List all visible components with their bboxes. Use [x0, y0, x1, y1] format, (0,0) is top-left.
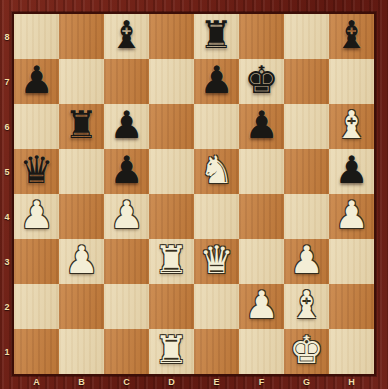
square-c3[interactable] — [104, 239, 149, 284]
square-e7[interactable]: ♟ — [194, 59, 239, 104]
square-b3[interactable]: ♟ — [59, 239, 104, 284]
file-label-a: A — [14, 374, 59, 389]
piece-white-rook-d3: ♜ — [154, 238, 188, 283]
rank-label-6: 6 — [0, 104, 14, 149]
square-e6[interactable] — [194, 104, 239, 149]
piece-black-rook-b6: ♜ — [64, 103, 98, 148]
square-e3[interactable]: ♛ — [194, 239, 239, 284]
file-label-e: E — [194, 374, 239, 389]
square-b6[interactable]: ♜ — [59, 104, 104, 149]
piece-black-bishop-c8: ♝ — [109, 13, 143, 58]
square-a8[interactable] — [14, 14, 59, 59]
piece-black-pawn-f6: ♟ — [244, 103, 278, 148]
square-g1[interactable]: ♚ — [284, 329, 329, 374]
square-c2[interactable] — [104, 284, 149, 329]
file-label-b: B — [59, 374, 104, 389]
piece-black-rook-e8: ♜ — [199, 13, 233, 58]
file-label-h: H — [329, 374, 374, 389]
square-h1[interactable] — [329, 329, 374, 374]
square-d2[interactable] — [149, 284, 194, 329]
rank-label-3: 3 — [0, 239, 14, 284]
rank-label-1: 1 — [0, 329, 14, 374]
square-g2[interactable]: ♝ — [284, 284, 329, 329]
square-h3[interactable] — [329, 239, 374, 284]
square-a5[interactable]: ♛ — [14, 149, 59, 194]
square-b5[interactable] — [59, 149, 104, 194]
square-b2[interactable] — [59, 284, 104, 329]
square-a4[interactable]: ♟ — [14, 194, 59, 239]
square-c7[interactable] — [104, 59, 149, 104]
square-e1[interactable] — [194, 329, 239, 374]
square-c1[interactable] — [104, 329, 149, 374]
square-c5[interactable]: ♟ — [104, 149, 149, 194]
piece-white-king-g1: ♚ — [289, 328, 323, 373]
square-g5[interactable] — [284, 149, 329, 194]
square-f5[interactable] — [239, 149, 284, 194]
piece-black-pawn-e7: ♟ — [199, 58, 233, 103]
piece-white-pawn-a4: ♟ — [19, 193, 53, 238]
square-a7[interactable]: ♟ — [14, 59, 59, 104]
square-f7[interactable]: ♚ — [239, 59, 284, 104]
piece-white-queen-e3: ♛ — [199, 238, 233, 283]
square-b4[interactable] — [59, 194, 104, 239]
file-label-c: C — [104, 374, 149, 389]
piece-black-pawn-c6: ♟ — [109, 103, 143, 148]
piece-black-king-f7: ♚ — [244, 58, 278, 103]
file-label-f: F — [239, 374, 284, 389]
square-c4[interactable]: ♟ — [104, 194, 149, 239]
square-d5[interactable] — [149, 149, 194, 194]
piece-black-pawn-h5: ♟ — [334, 148, 368, 193]
piece-black-queen-a5: ♛ — [19, 148, 53, 193]
piece-white-pawn-g3: ♟ — [289, 238, 323, 283]
piece-black-pawn-c5: ♟ — [109, 148, 143, 193]
square-d3[interactable]: ♜ — [149, 239, 194, 284]
square-d8[interactable] — [149, 14, 194, 59]
piece-white-pawn-b3: ♟ — [64, 238, 98, 283]
file-label-d: D — [149, 374, 194, 389]
square-h8[interactable]: ♝ — [329, 14, 374, 59]
piece-white-knight-e5: ♞ — [199, 148, 233, 193]
square-b7[interactable] — [59, 59, 104, 104]
square-e4[interactable] — [194, 194, 239, 239]
square-f6[interactable]: ♟ — [239, 104, 284, 149]
rank-label-2: 2 — [0, 284, 14, 329]
square-b1[interactable] — [59, 329, 104, 374]
rank-label-4: 4 — [0, 194, 14, 239]
piece-white-rook-d1: ♜ — [154, 328, 188, 373]
square-h2[interactable] — [329, 284, 374, 329]
file-labels: ABCDEFGH — [14, 374, 374, 389]
square-a3[interactable] — [14, 239, 59, 284]
file-label-g: G — [284, 374, 329, 389]
square-e8[interactable]: ♜ — [194, 14, 239, 59]
piece-white-bishop-g2: ♝ — [289, 283, 323, 328]
square-g4[interactable] — [284, 194, 329, 239]
square-c8[interactable]: ♝ — [104, 14, 149, 59]
rank-label-5: 5 — [0, 149, 14, 194]
square-a6[interactable] — [14, 104, 59, 149]
piece-white-pawn-f2: ♟ — [244, 283, 278, 328]
square-d4[interactable] — [149, 194, 194, 239]
square-f8[interactable] — [239, 14, 284, 59]
square-h7[interactable] — [329, 59, 374, 104]
chess-board-frame: 87654321 ABCDEFGH ♝♜♝♟♟♚♜♟♟♝♛♟♞♟♟♟♟♟♜♛♟♟… — [0, 0, 388, 389]
rank-label-7: 7 — [0, 59, 14, 104]
piece-black-pawn-a7: ♟ — [19, 58, 53, 103]
square-h6[interactable]: ♝ — [329, 104, 374, 149]
piece-black-bishop-h8: ♝ — [334, 13, 368, 58]
square-f4[interactable] — [239, 194, 284, 239]
square-d6[interactable] — [149, 104, 194, 149]
rank-label-8: 8 — [0, 14, 14, 59]
piece-white-pawn-h4: ♟ — [334, 193, 368, 238]
rank-labels: 87654321 — [0, 14, 14, 374]
square-h5[interactable]: ♟ — [329, 149, 374, 194]
square-a1[interactable] — [14, 329, 59, 374]
square-f3[interactable] — [239, 239, 284, 284]
square-g7[interactable] — [284, 59, 329, 104]
square-a2[interactable] — [14, 284, 59, 329]
square-d7[interactable] — [149, 59, 194, 104]
square-d1[interactable]: ♜ — [149, 329, 194, 374]
square-e5[interactable]: ♞ — [194, 149, 239, 194]
square-g6[interactable] — [284, 104, 329, 149]
square-b8[interactable] — [59, 14, 104, 59]
square-f2[interactable]: ♟ — [239, 284, 284, 329]
square-g8[interactable] — [284, 14, 329, 59]
piece-white-pawn-c4: ♟ — [109, 193, 143, 238]
square-e2[interactable] — [194, 284, 239, 329]
square-h4[interactable]: ♟ — [329, 194, 374, 239]
square-c6[interactable]: ♟ — [104, 104, 149, 149]
chess-board: ♝♜♝♟♟♚♜♟♟♝♛♟♞♟♟♟♟♟♜♛♟♟♝♜♚ — [14, 14, 374, 374]
square-g3[interactable]: ♟ — [284, 239, 329, 284]
square-f1[interactable] — [239, 329, 284, 374]
piece-white-bishop-h6: ♝ — [334, 103, 368, 148]
